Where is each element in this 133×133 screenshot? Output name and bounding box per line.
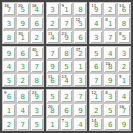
sudoku-cell[interactable]: 3	[17, 61, 29, 73]
cage-sum-label: 40	[32, 47, 37, 52]
cage-sum-label: 12	[75, 17, 80, 22]
sudoku-cell[interactable]: 83	[104, 90, 116, 102]
sudoku-block: 96401437528	[2, 46, 44, 88]
cage-sum-label: 5	[119, 74, 121, 79]
cell-digit: 6	[21, 50, 25, 58]
sudoku-cell[interactable]: 4	[104, 47, 116, 59]
cell-digit: 7	[50, 50, 54, 58]
sudoku-cell[interactable]: 4	[17, 104, 29, 116]
sudoku-cell[interactable]: 2	[47, 17, 59, 29]
sudoku-cell[interactable]: 3	[31, 104, 43, 116]
killer-sudoku-board: 1872051643968301239182712511423961192146…	[0, 0, 133, 133]
cell-digit: 6	[78, 34, 82, 42]
cell-digit: 6	[64, 107, 68, 115]
cage-sum-label: 11	[48, 74, 53, 79]
cell-digit: 3	[94, 34, 98, 42]
cage-sum-label: 23	[32, 90, 37, 95]
sudoku-cell[interactable]: 3	[74, 74, 86, 86]
cell-digit: 8	[7, 34, 11, 42]
cell-digit: 6	[108, 121, 112, 129]
cell-digit: 3	[64, 121, 68, 129]
cell-digit: 1	[78, 63, 82, 71]
sudoku-cell[interactable]: 2	[118, 61, 130, 73]
sudoku-cell[interactable]: 121	[90, 90, 102, 102]
cell-digit: 8	[21, 93, 25, 101]
sudoku-cell[interactable]: 3	[47, 3, 59, 15]
cell-digit: 8	[78, 6, 82, 14]
sudoku-cell[interactable]: 9	[74, 104, 86, 116]
sudoku-cell[interactable]: 85	[118, 31, 130, 43]
sudoku-cell[interactable]: 9	[47, 61, 59, 73]
cell-digit: 2	[7, 121, 11, 129]
cell-digit: 4	[21, 107, 25, 115]
cell-digit: 2	[21, 77, 25, 85]
cage-sum-label: 14	[91, 118, 96, 123]
cell-digit: 7	[34, 63, 38, 71]
sudoku-cell[interactable]: 2	[90, 104, 102, 116]
cage-sum-label: 7	[62, 118, 64, 123]
cell-digit: 3	[21, 63, 25, 71]
sudoku-cell[interactable]: 125	[74, 17, 86, 29]
cell-digit: 1	[7, 107, 11, 115]
sudoku-cell[interactable]: 7	[74, 90, 86, 102]
cell-digit: 4	[94, 20, 98, 28]
sudoku-cell[interactable]: 7	[104, 31, 116, 43]
cell-digit: 7	[64, 20, 68, 28]
sudoku-cell[interactable]: 5	[61, 61, 73, 73]
sudoku-block: 3918271251142396	[46, 2, 88, 44]
sudoku-cell[interactable]: 208	[47, 104, 59, 116]
cage-sum-label: 8	[105, 17, 107, 22]
cage-sum-label: 10	[105, 61, 110, 66]
cell-digit: 5	[108, 107, 112, 115]
cell-digit: 3	[7, 20, 11, 28]
cage-sum-label: 30	[18, 31, 23, 36]
cell-digit: 2	[122, 63, 126, 71]
cage-sum-label: 14	[119, 3, 124, 8]
sudoku-cell[interactable]: 9	[104, 74, 116, 86]
sudoku-cell[interactable]: 6	[104, 118, 116, 130]
cell-digit: 7	[108, 34, 112, 42]
sudoku-block: 783729511161343	[46, 46, 88, 88]
sudoku-cell[interactable]: 4	[3, 61, 15, 73]
cage-sum-label: 8	[119, 31, 121, 36]
sudoku-cell[interactable]: 401	[31, 47, 43, 59]
cell-digit: 7	[21, 121, 25, 129]
sudoku-cell[interactable]: 6	[90, 61, 102, 73]
sudoku-cell[interactable]: 51	[118, 74, 130, 86]
sudoku-cell[interactable]: 4	[74, 118, 86, 130]
cell-digit: 8	[122, 20, 126, 28]
sudoku-cell[interactable]: 187	[3, 3, 15, 15]
cell-digit: 9	[21, 20, 25, 28]
sudoku-block: 543610827951	[89, 46, 131, 88]
cell-digit: 9	[108, 77, 112, 85]
cell-digit: 2	[34, 34, 38, 42]
sudoku-cell[interactable]: 8	[17, 90, 29, 102]
sudoku-block: 18720516439683012	[2, 2, 44, 44]
cell-digit: 5	[34, 121, 38, 129]
sudoku-cell[interactable]: 2	[104, 3, 116, 15]
sudoku-cell[interactable]: 73	[61, 118, 73, 130]
cell-digit: 5	[50, 93, 54, 101]
sudoku-cell[interactable]: 1	[47, 118, 59, 130]
cell-digit: 2	[94, 107, 98, 115]
cell-digit: 2	[108, 6, 112, 14]
sudoku-cell[interactable]: 7	[61, 17, 73, 29]
sudoku-cell[interactable]: 134	[61, 74, 73, 86]
sudoku-cell[interactable]: 5	[47, 90, 59, 102]
sudoku-cell[interactable]: 3	[118, 47, 130, 59]
cell-digit: 5	[122, 34, 126, 42]
cell-digit: 5	[64, 63, 68, 71]
sudoku-cell[interactable]: 9	[3, 47, 15, 59]
cage-sum-label: 8	[105, 90, 107, 95]
sudoku-cell[interactable]: 372	[74, 47, 86, 59]
cell-digit: 3	[78, 77, 82, 85]
sudoku-cell[interactable]: 8	[3, 31, 15, 43]
cell-digit: 5	[7, 77, 11, 85]
sudoku-cell[interactable]: 114	[47, 31, 59, 43]
cell-digit: 4	[7, 63, 11, 71]
sudoku-cell[interactable]: 108	[104, 61, 116, 73]
sudoku-cell[interactable]: 81	[104, 17, 116, 29]
cage-sum-label: 16	[32, 3, 37, 8]
sudoku-cell[interactable]: 5	[90, 47, 102, 59]
cell-digit: 4	[78, 121, 82, 129]
sudoku-cell[interactable]: 1	[74, 61, 86, 73]
cell-digit: 1	[50, 121, 54, 129]
cell-digit: 1	[64, 6, 68, 14]
sudoku-block: 119214648183785	[89, 2, 131, 44]
cell-digit: 3	[34, 107, 38, 115]
cell-digit: 6	[7, 93, 11, 101]
cell-digit: 6	[94, 63, 98, 71]
cage-sum-label: 9	[62, 3, 64, 8]
cell-digit: 3	[122, 50, 126, 58]
sudoku-cell[interactable]: 6	[17, 47, 29, 59]
sudoku-cell[interactable]: 9	[17, 17, 29, 29]
sudoku-cell[interactable]: 2	[31, 31, 43, 43]
sudoku-cell[interactable]: 2	[61, 90, 73, 102]
sudoku-block: 968239143275	[2, 89, 44, 131]
sudoku-cell[interactable]: 3	[90, 31, 102, 43]
cell-digit: 9	[78, 107, 82, 115]
cell-digit: 1	[108, 20, 112, 28]
sudoku-cell[interactable]: 146	[118, 3, 130, 15]
sudoku-cell[interactable]: 8	[118, 17, 130, 29]
cell-digit: 9	[122, 121, 126, 129]
cell-digit: 6	[34, 20, 38, 28]
sudoku-cell[interactable]: 4	[118, 90, 130, 102]
sudoku-cell[interactable]: 8	[74, 3, 86, 15]
cell-digit: 2	[64, 93, 68, 101]
cell-digit: 7	[94, 77, 98, 85]
cell-digit: 3	[108, 93, 112, 101]
sudoku-cell[interactable]: 96	[3, 90, 15, 102]
sudoku-cell[interactable]: 167	[118, 104, 130, 116]
cell-digit: 4	[122, 93, 126, 101]
sudoku-cell[interactable]: 1	[3, 104, 15, 116]
cell-digit: 7	[78, 93, 82, 101]
sudoku-cell[interactable]: 239	[61, 31, 73, 43]
sudoku-cell[interactable]: 9	[118, 118, 130, 130]
cell-digit: 8	[64, 50, 68, 58]
sudoku-cell[interactable]: 5	[3, 74, 15, 86]
sudoku-cell[interactable]: 7	[17, 118, 29, 130]
sudoku-cell[interactable]: 119	[90, 3, 102, 15]
cage-sum-label: 16	[119, 104, 124, 109]
sudoku-cell[interactable]: 148	[90, 118, 102, 130]
sudoku-cell[interactable]: 7	[47, 47, 59, 59]
sudoku-cell[interactable]: 8	[61, 47, 73, 59]
cage-sum-label: 23	[62, 31, 67, 36]
cage-sum-label: 18	[4, 3, 9, 8]
cell-digit: 2	[50, 20, 54, 28]
cell-digit: 3	[50, 6, 54, 14]
sudoku-block: 1218342516714869	[89, 89, 131, 131]
sudoku-cell[interactable]: 164	[31, 3, 43, 15]
sudoku-cell[interactable]: 7	[90, 74, 102, 86]
cage-sum-label: 20	[48, 104, 53, 109]
cage-sum-label: 37	[75, 47, 80, 52]
cell-digit: 1	[122, 77, 126, 85]
sudoku-cell[interactable]: 6	[74, 31, 86, 43]
sudoku-cell[interactable]: 5	[104, 104, 116, 116]
sudoku-cell[interactable]: 116	[47, 74, 59, 86]
sudoku-cell[interactable]: 4	[90, 17, 102, 29]
cage-sum-label: 12	[91, 90, 96, 95]
sudoku-cell[interactable]: 6	[61, 104, 73, 116]
sudoku-cell[interactable]: 2	[3, 118, 15, 130]
sudoku-cell[interactable]: 2	[17, 74, 29, 86]
sudoku-cell[interactable]: 7	[31, 61, 43, 73]
sudoku-cell[interactable]: 8	[31, 74, 43, 86]
cell-digit: 4	[108, 50, 112, 58]
cage-sum-label: 20	[18, 3, 23, 8]
cell-digit: 5	[94, 50, 98, 58]
sudoku-cell[interactable]: 301	[17, 31, 29, 43]
sudoku-cell[interactable]: 6	[31, 17, 43, 29]
sudoku-block: 527208691734	[46, 89, 88, 131]
sudoku-cell[interactable]: 3	[3, 17, 15, 29]
cell-digit: 9	[50, 63, 54, 71]
cage-sum-label: 11	[91, 3, 96, 8]
sudoku-cell[interactable]: 205	[17, 3, 29, 15]
cage-sum-label: 11	[48, 31, 53, 36]
cell-digit: 9	[7, 50, 11, 58]
sudoku-cell[interactable]: 5	[31, 118, 43, 130]
cell-digit: 8	[34, 77, 38, 85]
cage-sum-label: 9	[4, 90, 6, 95]
sudoku-cell[interactable]: 239	[31, 90, 43, 102]
cage-sum-label: 13	[62, 74, 67, 79]
sudoku-cell[interactable]: 91	[61, 3, 73, 15]
